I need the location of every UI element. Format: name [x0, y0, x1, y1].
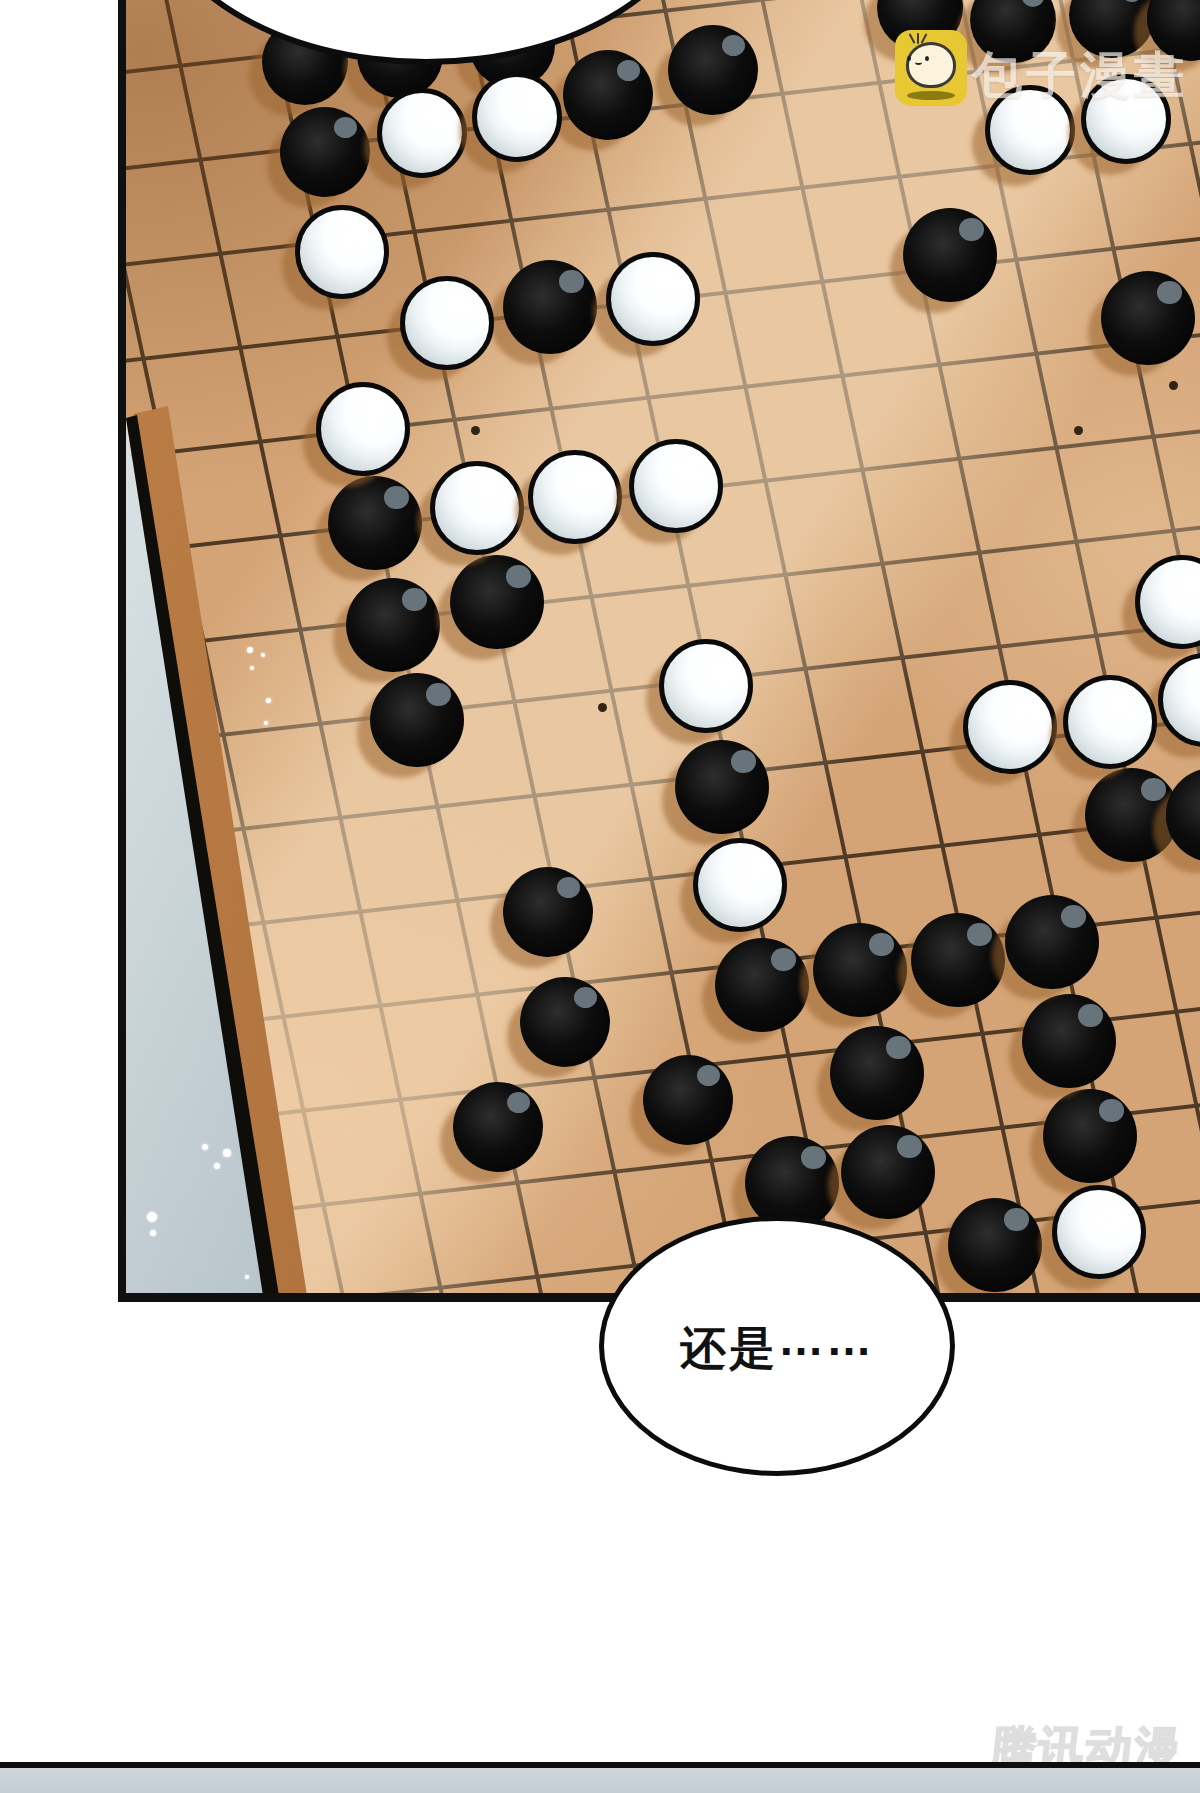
sparkle-dot [264, 721, 268, 725]
board-star-point [1074, 426, 1083, 435]
board-star-point [471, 426, 480, 435]
go-stone-black [520, 977, 610, 1067]
go-stone-black [813, 923, 907, 1017]
go-stone-white [629, 439, 723, 533]
go-stone-black [911, 913, 1005, 1007]
go-stone-black [668, 25, 758, 115]
go-stone-white [377, 88, 467, 178]
sparkle-dot [261, 653, 265, 657]
go-stone-white [528, 450, 622, 544]
sparkle-dot [147, 1212, 157, 1222]
go-stone-white [1063, 675, 1157, 769]
board-star-point [1169, 381, 1178, 390]
sparkle-dot [245, 1275, 249, 1279]
go-stone-white [472, 72, 562, 162]
next-panel-edge [0, 1762, 1200, 1793]
go-stone-black [503, 260, 597, 354]
go-stone-white [659, 639, 753, 733]
go-stone-white [295, 205, 389, 299]
go-stone-black [346, 578, 440, 672]
go-stone-black [948, 1198, 1042, 1292]
go-stone-black [503, 867, 593, 957]
go-stone-black [453, 1082, 543, 1172]
go-stone-white [430, 461, 524, 555]
sparkle-dot [223, 1149, 231, 1157]
watermark-provider-name: 包子漫畫 [972, 42, 1188, 109]
sparkle-dot [150, 1230, 156, 1236]
manga-panel [118, 0, 1200, 1302]
go-stone-black [841, 1125, 935, 1219]
go-stone-white [963, 680, 1057, 774]
manga-page: 包子漫畫 还是…… 腾讯动漫 [0, 0, 1200, 1793]
go-stone-black [1022, 994, 1116, 1088]
go-stone-white [606, 252, 700, 346]
go-stone-black [1005, 895, 1099, 989]
go-stone-black [830, 1026, 924, 1120]
go-stone-black [450, 555, 544, 649]
go-stone-black [370, 673, 464, 767]
go-board [118, 0, 1200, 1302]
bun-face [906, 42, 956, 88]
sparkle-dot [247, 647, 253, 653]
go-stone-black [328, 476, 422, 570]
sparkle-dot [266, 698, 271, 703]
go-stone-white [1052, 1185, 1146, 1279]
go-stone-black [675, 740, 769, 834]
speech-text: 还是…… [680, 1312, 874, 1380]
board-star-point [598, 703, 607, 712]
go-stone-white [316, 382, 410, 476]
baozi-bun-icon [895, 30, 967, 106]
go-stone-black [280, 107, 370, 197]
go-stone-white [693, 838, 787, 932]
go-stone-black [1085, 768, 1179, 862]
go-stone-black [715, 938, 809, 1032]
sparkle-dot [214, 1163, 220, 1169]
sparkle-dot [202, 1144, 208, 1150]
go-stone-black [643, 1055, 733, 1145]
go-stone-black [1043, 1089, 1137, 1183]
go-stone-black [1101, 271, 1195, 365]
go-stone-white [400, 276, 494, 370]
speech-bubble-bottom: 还是…… [599, 1216, 955, 1476]
go-stone-black [903, 208, 997, 302]
sparkle-dot [250, 666, 254, 670]
go-stone-black [563, 50, 653, 140]
